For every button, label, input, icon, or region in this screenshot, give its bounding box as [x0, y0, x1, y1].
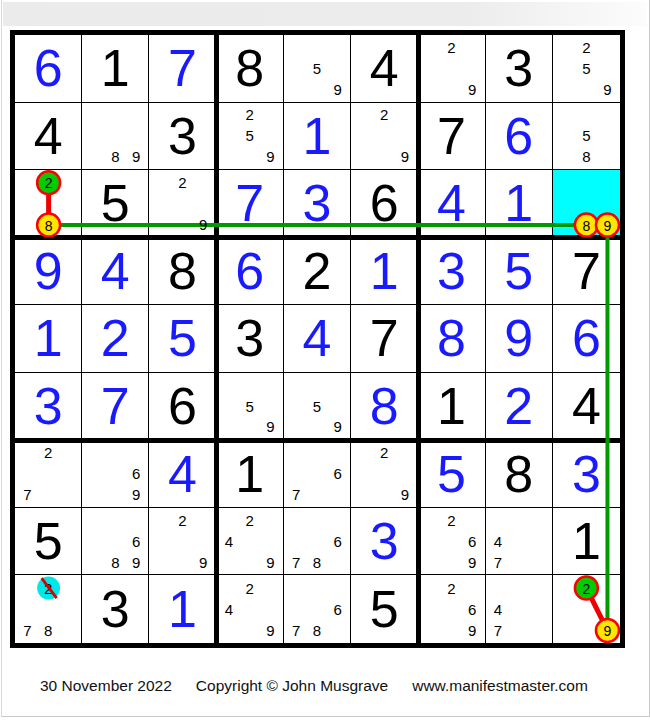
solved-digit: 3: [572, 448, 601, 500]
cell-r5c4[interactable]: 3: [217, 305, 284, 373]
page: { "game": "sudoku", "position": "6178.4.…: [0, 0, 650, 720]
given-digit: 1: [572, 515, 601, 567]
cell-r1c4[interactable]: 8: [217, 35, 284, 103]
cell-r9c8[interactable]: 47: [486, 575, 553, 643]
cell-r6c2[interactable]: 7: [82, 373, 149, 441]
candidate-digit: 6: [462, 531, 483, 552]
cell-r4c4[interactable]: 6: [217, 238, 284, 306]
cell-r5c6[interactable]: 7: [351, 305, 418, 373]
candidates: 29: [151, 510, 213, 573]
given-digit: 8: [168, 245, 197, 297]
footer: 30 November 2022 Copyright © John Musgra…: [40, 677, 588, 695]
candidate-digit: 9: [126, 552, 147, 573]
cell-r1c2[interactable]: 1: [82, 35, 149, 103]
candidate-digit: 7: [17, 484, 38, 505]
candidate-digit: 2: [374, 105, 395, 126]
candidates: 47: [488, 510, 550, 573]
candidate-digit: 7: [488, 552, 509, 573]
solved-digit: 8: [437, 312, 466, 364]
candidate-digit: 4: [219, 599, 240, 620]
cell-r1c5[interactable]: 59: [284, 35, 351, 103]
candidate-digit: 5: [307, 58, 328, 79]
given-digit: 4: [572, 380, 601, 432]
cell-r8c1[interactable]: 5: [15, 508, 82, 576]
candidate-digit: 6: [126, 463, 147, 484]
cell-r6c9[interactable]: 4: [553, 373, 620, 441]
candidates: 47: [488, 577, 550, 641]
candidates: 89: [84, 105, 146, 168]
solved-digit: 5: [504, 245, 533, 297]
solved-digit: 3: [34, 380, 63, 432]
candidate-digit: 2: [441, 37, 462, 58]
candidate-digit: 9: [126, 484, 147, 505]
solved-digit: 2: [504, 380, 533, 432]
cell-r5c2[interactable]: 2: [82, 305, 149, 373]
cell-r9c2[interactable]: 3: [82, 575, 149, 643]
candidate-digit: 8: [307, 620, 328, 641]
footer-copyright: Copyright © John Musgrave: [196, 677, 388, 695]
cell-r1c8[interactable]: 3: [486, 35, 553, 103]
cell-r8c8[interactable]: 47: [486, 508, 553, 576]
candidates: 27: [17, 442, 79, 505]
box-separator-horizontal: [15, 438, 620, 443]
candidates: 69: [84, 442, 146, 505]
candidate-digit: 6: [126, 531, 147, 552]
cell-r3c6[interactable]: 6: [351, 170, 418, 238]
given-digit: 2: [303, 245, 332, 297]
candidates: [17, 172, 79, 235]
solved-digit: 6: [504, 110, 533, 162]
given-digit: 3: [235, 312, 264, 364]
cell-r6c8[interactable]: 2: [486, 373, 553, 441]
cell-r4c3[interactable]: 8: [149, 238, 216, 306]
given-digit: 6: [168, 380, 197, 432]
solved-digit: 3: [437, 245, 466, 297]
candidate-digit: 6: [327, 531, 348, 552]
solved-digit: 1: [504, 177, 533, 229]
footer-website: www.manifestmaster.com: [412, 677, 588, 695]
cell-r7c2[interactable]: 69: [82, 440, 149, 508]
cell-r3c7[interactable]: 4: [418, 170, 485, 238]
title-bar: [3, 2, 647, 26]
solved-digit: 3: [370, 515, 399, 567]
candidate-digit: 8: [307, 552, 328, 573]
cell-r9c1[interactable]: 278: [15, 575, 82, 643]
cell-r2c5[interactable]: 1: [284, 103, 351, 171]
given-digit: 7: [437, 110, 466, 162]
candidate-digit: 9: [193, 214, 214, 235]
candidate-digit: 9: [260, 146, 281, 167]
cell-r5c7[interactable]: 8: [418, 305, 485, 373]
cell-r8c4[interactable]: 249: [217, 508, 284, 576]
solved-digit: 1: [168, 583, 197, 635]
cell-r7c1[interactable]: 27: [15, 440, 82, 508]
cell-r8c7[interactable]: 269: [418, 508, 485, 576]
given-digit: 4: [370, 42, 399, 94]
given-digit: 7: [370, 312, 399, 364]
cell-r9c5[interactable]: 678: [284, 575, 351, 643]
candidates: 29: [353, 442, 415, 505]
cell-r9c7[interactable]: 269: [418, 575, 485, 643]
candidate-digit: 6: [462, 599, 483, 620]
candidates: 278: [17, 577, 79, 641]
cell-r1c7[interactable]: 29: [418, 35, 485, 103]
candidate-digit: 7: [286, 552, 307, 573]
candidates: 249: [219, 510, 281, 573]
solved-digit: 9: [504, 312, 533, 364]
candidate-digit: 9: [462, 79, 483, 100]
cell-r6c3[interactable]: 6: [149, 373, 216, 441]
candidate-digit: 7: [286, 484, 307, 505]
cell-r7c5[interactable]: 67: [284, 440, 351, 508]
solved-digit: 2: [101, 312, 130, 364]
candidate-digit: 9: [327, 416, 348, 437]
cell-r3c3[interactable]: 29: [149, 170, 216, 238]
cell-r1c1[interactable]: 6: [15, 35, 82, 103]
candidate-digit: 9: [395, 484, 416, 505]
cell-r1c6[interactable]: 4: [351, 35, 418, 103]
candidate-digit: 2: [441, 510, 462, 531]
cell-r4c2[interactable]: 4: [82, 238, 149, 306]
candidates: 58: [555, 105, 618, 168]
cell-r3c2[interactable]: 5: [82, 170, 149, 238]
candidate-digit: 7: [17, 620, 38, 641]
cell-r6c6[interactable]: 8: [351, 373, 418, 441]
cell-r7c4[interactable]: 1: [217, 440, 284, 508]
solved-digit: 6: [572, 312, 601, 364]
cell-r3c5[interactable]: 3: [284, 170, 351, 238]
candidates: 59: [286, 37, 348, 100]
cell-r2c2[interactable]: 89: [82, 103, 149, 171]
given-digit: 1: [235, 448, 264, 500]
candidate-digit: 9: [126, 146, 147, 167]
cell-r9c6[interactable]: 5: [351, 575, 418, 643]
solved-digit: 6: [34, 42, 63, 94]
cell-r4c7[interactable]: 3: [418, 238, 485, 306]
cell-r7c6[interactable]: 29: [351, 440, 418, 508]
cell-r7c7[interactable]: 5: [418, 440, 485, 508]
candidate-digit: 9: [597, 79, 618, 100]
candidate-digit: 2: [239, 577, 260, 598]
candidate-digit: 6: [327, 599, 348, 620]
candidate-digit: 4: [219, 531, 240, 552]
cell-r1c9[interactable]: 259: [553, 35, 620, 103]
candidate-digit: 5: [576, 58, 597, 79]
given-digit: 6: [370, 177, 399, 229]
cell-r2c9[interactable]: 58: [553, 103, 620, 171]
candidate-digit: 4: [488, 599, 509, 620]
cell-r8c6[interactable]: 3: [351, 508, 418, 576]
candidate-digit: 2: [239, 510, 260, 531]
solved-digit: 7: [168, 42, 197, 94]
candidate-digit: 2: [239, 105, 260, 126]
solved-digit: 7: [101, 380, 130, 432]
cell-r4c1[interactable]: 9: [15, 238, 82, 306]
solved-digit: 1: [303, 110, 332, 162]
candidate-digit: 8: [576, 146, 597, 167]
candidate-digit: 7: [286, 620, 307, 641]
cell-r3c9[interactable]: [553, 170, 620, 238]
candidate-digit: 2: [441, 577, 462, 598]
candidate-digit: 2: [374, 442, 395, 463]
cell-r4c9[interactable]: 7: [553, 238, 620, 306]
cell-r4c6[interactable]: 1: [351, 238, 418, 306]
cell-r7c3[interactable]: 4: [149, 440, 216, 508]
candidate-digit: 6: [327, 463, 348, 484]
cell-r2c7[interactable]: 7: [418, 103, 485, 171]
cell-r7c9[interactable]: 3: [553, 440, 620, 508]
solved-digit: 5: [168, 312, 197, 364]
cell-r3c1[interactable]: [15, 170, 82, 238]
given-digit: 5: [34, 515, 63, 567]
cell-r6c4[interactable]: 59: [217, 373, 284, 441]
candidates: 59: [286, 375, 348, 438]
cell-r2c6[interactable]: 29: [351, 103, 418, 171]
candidate-digit: 7: [488, 620, 509, 641]
box-separator-vertical: [416, 35, 421, 643]
solved-digit: 8: [370, 380, 399, 432]
cell-r5c8[interactable]: 9: [486, 305, 553, 373]
given-digit: 4: [34, 110, 63, 162]
candidate-digit: 2: [172, 510, 193, 531]
candidates: 249: [219, 577, 281, 641]
cell-r2c8[interactable]: 6: [486, 103, 553, 171]
candidates: 67: [286, 442, 348, 505]
cell-r6c5[interactable]: 59: [284, 373, 351, 441]
given-digit: 7: [572, 245, 601, 297]
candidates: 259: [555, 37, 618, 100]
candidate-digit: 9: [462, 620, 483, 641]
candidate-digit: 2: [172, 172, 193, 193]
cell-r6c7[interactable]: 1: [418, 373, 485, 441]
candidate-digit: 9: [193, 552, 214, 573]
candidate-digit: 2: [576, 37, 597, 58]
candidates: 29: [420, 37, 482, 100]
given-digit: 1: [101, 42, 130, 94]
solved-digit: 4: [437, 177, 466, 229]
candidate-digit: 5: [239, 396, 260, 417]
candidate-digit: 5: [576, 125, 597, 146]
candidate-digit: 2: [38, 577, 59, 598]
cell-r5c3[interactable]: 5: [149, 305, 216, 373]
candidate-digit: 8: [38, 620, 59, 641]
candidate-digit: 9: [327, 79, 348, 100]
footer-date: 30 November 2022: [40, 677, 172, 695]
cell-r8c5[interactable]: 678: [284, 508, 351, 576]
candidate-digit: 9: [260, 416, 281, 437]
candidate-digit: 8: [105, 552, 126, 573]
cell-r7c8[interactable]: 8: [486, 440, 553, 508]
cell-r3c8[interactable]: 1: [486, 170, 553, 238]
candidates: 59: [219, 375, 281, 438]
solved-digit: 4: [168, 448, 197, 500]
candidate-digit: 9: [395, 146, 416, 167]
cell-r2c4[interactable]: 259: [217, 103, 284, 171]
solved-digit: 4: [101, 245, 130, 297]
candidates: [555, 172, 618, 235]
candidate-digit: 9: [260, 620, 281, 641]
candidates: 678: [286, 577, 348, 641]
cell-r8c3[interactable]: 29: [149, 508, 216, 576]
given-digit: 3: [504, 42, 533, 94]
candidates: 29: [353, 105, 415, 168]
candidates: 29: [151, 172, 213, 235]
cell-r9c9[interactable]: [553, 575, 620, 643]
box-separator-horizontal: [15, 235, 620, 240]
candidates: [555, 577, 618, 641]
candidate-digit: 8: [105, 146, 126, 167]
given-digit: 3: [101, 583, 130, 635]
candidate-digit: 9: [462, 552, 483, 573]
cell-r5c9[interactable]: 6: [553, 305, 620, 373]
given-digit: 5: [101, 177, 130, 229]
cell-r5c5[interactable]: 4: [284, 305, 351, 373]
cell-r4c5[interactable]: 2: [284, 238, 351, 306]
candidates: 259: [219, 105, 281, 168]
solved-digit: 1: [370, 245, 399, 297]
given-digit: 5: [370, 583, 399, 635]
candidates: 269: [420, 577, 482, 641]
solved-digit: 3: [303, 177, 332, 229]
solved-digit: 9: [34, 245, 63, 297]
cell-r2c1[interactable]: 4: [15, 103, 82, 171]
cell-r9c3[interactable]: 1: [149, 575, 216, 643]
cell-r5c1[interactable]: 1: [15, 305, 82, 373]
cell-r8c9[interactable]: 1: [553, 508, 620, 576]
sudoku-board: 6178594293259489325912976585297364194862…: [10, 30, 625, 648]
given-digit: 1: [437, 380, 466, 432]
box-separator-vertical: [214, 35, 219, 643]
candidate-digit: 9: [260, 552, 281, 573]
solved-digit: 1: [34, 312, 63, 364]
cell-r4c8[interactable]: 5: [486, 238, 553, 306]
cell-r9c4[interactable]: 249: [217, 575, 284, 643]
candidate-digit: 5: [307, 396, 328, 417]
cell-r3c4[interactable]: 7: [217, 170, 284, 238]
candidate-digit: 5: [239, 125, 260, 146]
cell-r1c3[interactable]: 7: [149, 35, 216, 103]
cell-r6c1[interactable]: 3: [15, 373, 82, 441]
candidates: 269: [420, 510, 482, 573]
candidates: 689: [84, 510, 146, 573]
solved-digit: 5: [437, 448, 466, 500]
given-digit: 8: [504, 448, 533, 500]
given-digit: 8: [235, 42, 264, 94]
given-digit: 3: [168, 110, 197, 162]
cell-r2c3[interactable]: 3: [149, 103, 216, 171]
solved-digit: 7: [235, 177, 264, 229]
candidates: 678: [286, 510, 348, 573]
candidate-digit: 4: [488, 531, 509, 552]
solved-digit: 4: [303, 312, 332, 364]
cell-r8c2[interactable]: 689: [82, 508, 149, 576]
candidate-digit: 2: [38, 442, 59, 463]
solved-digit: 6: [235, 245, 264, 297]
